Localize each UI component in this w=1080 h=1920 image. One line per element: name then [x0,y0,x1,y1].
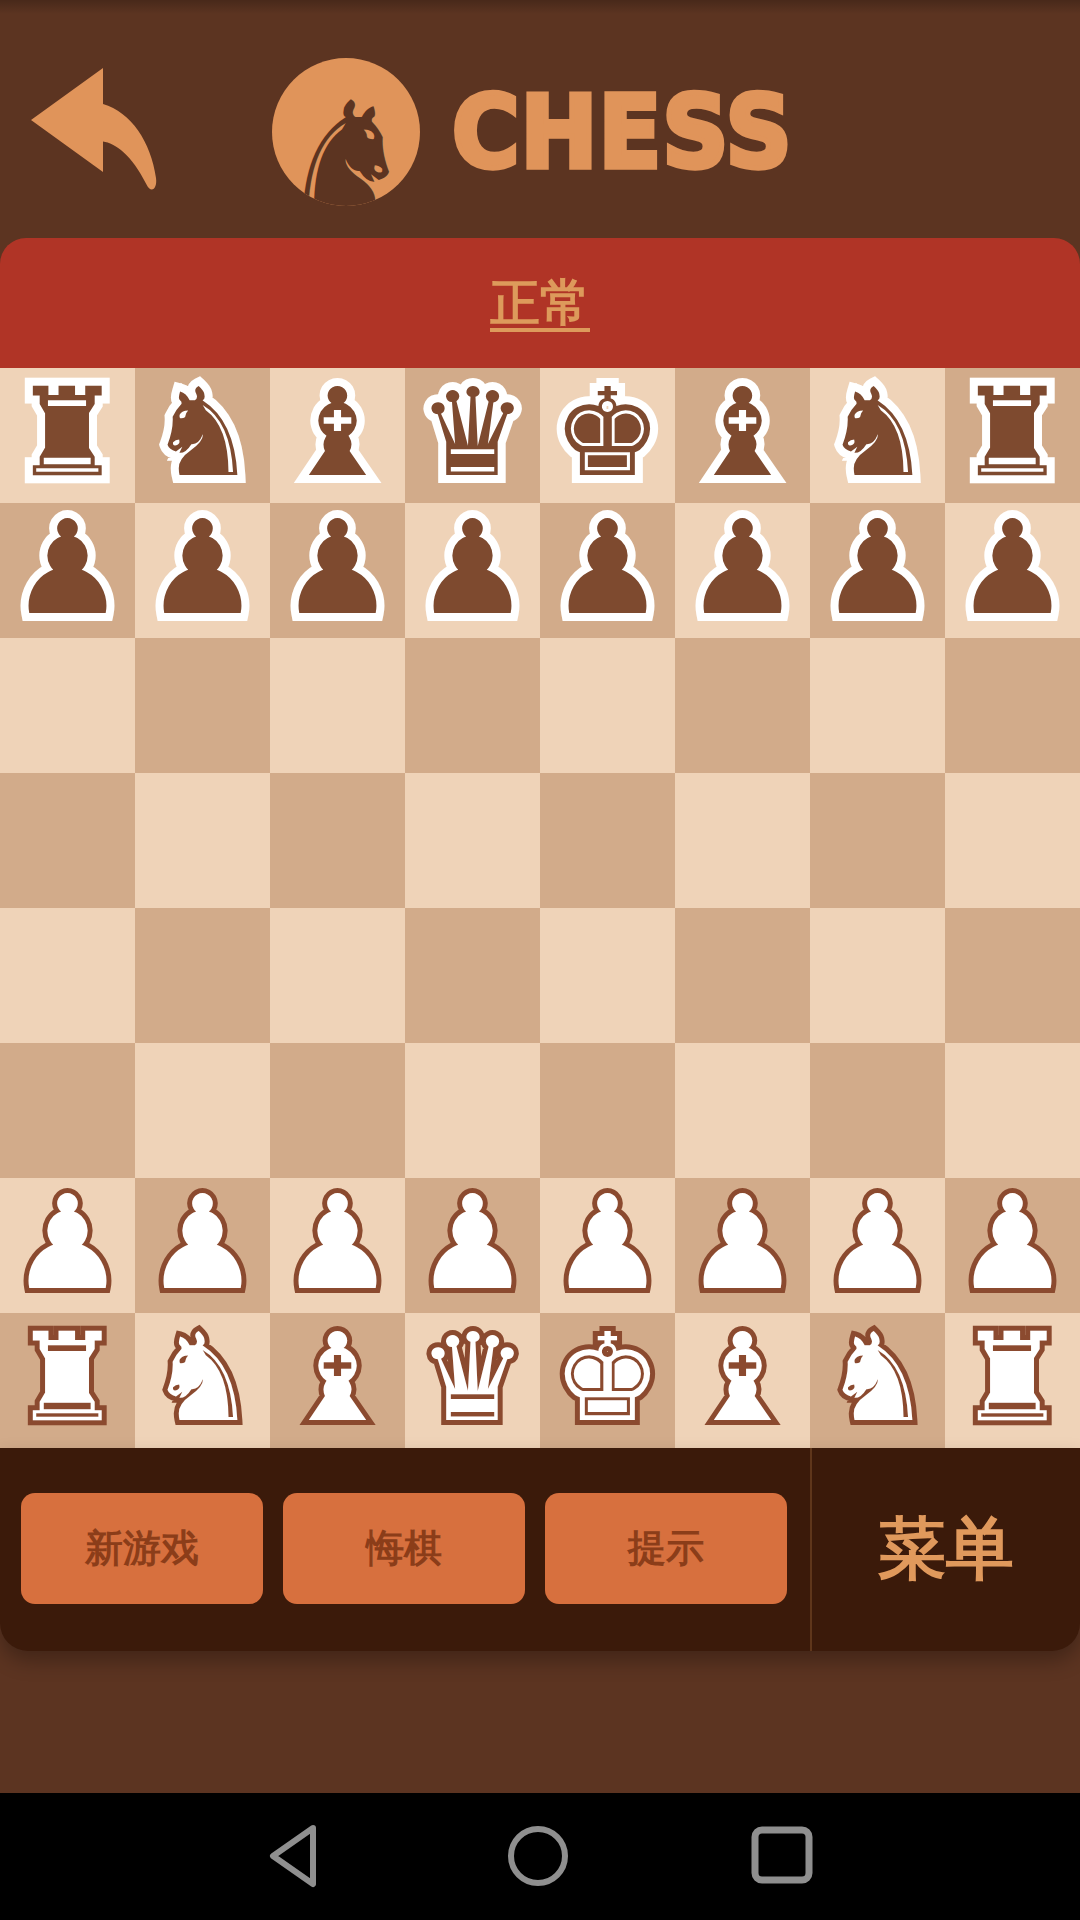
black-queen: ♛ [405,365,540,500]
square-h6[interactable] [945,638,1080,773]
square-d8[interactable]: ♛♛ [405,368,540,503]
white-pawn: ♟ [945,1175,1080,1310]
square-e4[interactable] [540,908,675,1043]
black-bishop: ♝ [675,365,810,500]
white-pawn: ♟ [135,1175,270,1310]
black-knight: ♞ [135,365,270,500]
white-pawn: ♟ [810,1175,945,1310]
square-f8[interactable]: ♝♝ [675,368,810,503]
black-king: ♚ [540,365,675,500]
white-knight: ♞ [810,1310,945,1445]
knight-logo-icon: ♞ [279,82,413,206]
square-a8[interactable]: ♜♜ [0,368,135,503]
square-f2[interactable]: ♟♟ [675,1178,810,1313]
square-f7[interactable]: ♟♟ [675,503,810,638]
white-pawn: ♟ [945,1175,1080,1310]
square-g4[interactable] [810,908,945,1043]
black-rook: ♜ [0,365,135,500]
white-knight: ♞ [810,1310,945,1445]
square-g5[interactable] [810,773,945,908]
back-button[interactable] [26,66,158,200]
black-pawn: ♟ [0,500,135,635]
white-pawn: ♟ [810,1175,945,1310]
black-pawn: ♟ [0,500,135,635]
square-b2[interactable]: ♟♟ [135,1178,270,1313]
black-pawn: ♟ [405,500,540,635]
square-f3[interactable] [675,1043,810,1178]
white-king: ♚ [540,1310,675,1445]
controls-bar: 新游戏 悔棋 提示 菜单 [0,1448,1080,1651]
black-queen: ♛ [405,365,540,500]
menu-button[interactable]: 菜单 [812,1448,1080,1651]
black-rook: ♜ [945,365,1080,500]
square-d5[interactable] [405,773,540,908]
black-bishop: ♝ [270,365,405,500]
square-c4[interactable] [270,908,405,1043]
square-c3[interactable] [270,1043,405,1178]
black-pawn: ♟ [270,500,405,635]
undo-label: 悔棋 [366,1523,442,1574]
android-nav-bar [0,1793,1080,1920]
white-knight: ♞ [135,1310,270,1445]
square-c5[interactable] [270,773,405,908]
android-recents-icon[interactable] [750,1826,814,1884]
white-bishop: ♝ [675,1310,810,1445]
square-c7[interactable]: ♟♟ [270,503,405,638]
square-d2[interactable]: ♟♟ [405,1178,540,1313]
square-a3[interactable] [0,1043,135,1178]
square-c8[interactable]: ♝♝ [270,368,405,503]
new-game-button[interactable]: 新游戏 [21,1493,263,1604]
square-d1[interactable]: ♛♛ [405,1313,540,1448]
white-bishop: ♝ [270,1310,405,1445]
chess-board[interactable]: ♜♜♞♞♝♝♛♛♚♚♝♝♞♞♜♜♟♟♟♟♟♟♟♟♟♟♟♟♟♟♟♟♟♟♟♟♟♟♟♟… [0,368,1080,1448]
square-b1[interactable]: ♞♞ [135,1313,270,1448]
black-pawn: ♟ [540,500,675,635]
white-rook: ♜ [0,1310,135,1445]
chess-app-screen: ♞ CHESS 正常 ♜♜♞♞♝♝♛♛♚♚♝♝♞♞♜♜♟♟♟♟♟♟♟♟♟♟♟♟♟… [0,0,1080,1920]
black-pawn: ♟ [675,500,810,635]
new-game-label: 新游戏 [85,1523,199,1574]
square-a7[interactable]: ♟♟ [0,503,135,638]
white-rook: ♜ [945,1310,1080,1445]
square-b5[interactable] [135,773,270,908]
square-g6[interactable] [810,638,945,773]
white-bishop: ♝ [270,1310,405,1445]
square-h2[interactable]: ♟♟ [945,1178,1080,1313]
white-knight: ♞ [135,1310,270,1445]
square-f5[interactable] [675,773,810,908]
square-h4[interactable] [945,908,1080,1043]
square-b6[interactable] [135,638,270,773]
square-h3[interactable] [945,1043,1080,1178]
square-a1[interactable]: ♜♜ [0,1313,135,1448]
white-rook: ♜ [945,1310,1080,1445]
square-c6[interactable] [270,638,405,773]
difficulty-banner[interactable]: 正常 [0,238,1080,368]
square-c2[interactable]: ♟♟ [270,1178,405,1313]
white-pawn: ♟ [540,1175,675,1310]
black-pawn: ♟ [810,500,945,635]
square-h1[interactable]: ♜♜ [945,1313,1080,1448]
square-d4[interactable] [405,908,540,1043]
white-pawn: ♟ [405,1175,540,1310]
square-c1[interactable]: ♝♝ [270,1313,405,1448]
black-rook: ♜ [945,365,1080,500]
square-d3[interactable] [405,1043,540,1178]
white-pawn: ♟ [135,1175,270,1310]
square-d6[interactable] [405,638,540,773]
square-g1[interactable]: ♞♞ [810,1313,945,1448]
square-e6[interactable] [540,638,675,773]
black-bishop: ♝ [270,365,405,500]
white-pawn: ♟ [675,1175,810,1310]
black-pawn: ♟ [945,500,1080,635]
black-pawn: ♟ [135,500,270,635]
hint-button[interactable]: 提示 [545,1493,787,1604]
black-bishop: ♝ [675,365,810,500]
square-a2[interactable]: ♟♟ [0,1178,135,1313]
back-arrow-icon [26,66,158,200]
square-f1[interactable]: ♝♝ [675,1313,810,1448]
square-g7[interactable]: ♟♟ [810,503,945,638]
black-pawn: ♟ [135,500,270,635]
square-e5[interactable] [540,773,675,908]
square-e2[interactable]: ♟♟ [540,1178,675,1313]
white-pawn: ♟ [0,1175,135,1310]
square-e7[interactable]: ♟♟ [540,503,675,638]
square-b8[interactable]: ♞♞ [135,368,270,503]
square-a4[interactable] [0,908,135,1043]
square-e3[interactable] [540,1043,675,1178]
menu-label: 菜单 [878,1504,1014,1595]
square-g2[interactable]: ♟♟ [810,1178,945,1313]
black-pawn: ♟ [810,500,945,635]
square-h8[interactable]: ♜♜ [945,368,1080,503]
square-e1[interactable]: ♚♚ [540,1313,675,1448]
white-pawn: ♟ [675,1175,810,1310]
hint-label: 提示 [628,1523,704,1574]
undo-button[interactable]: 悔棋 [283,1493,525,1604]
white-pawn: ♟ [0,1175,135,1310]
difficulty-label: 正常 [490,270,590,337]
white-pawn: ♟ [270,1175,405,1310]
black-pawn: ♟ [540,500,675,635]
header: ♞ CHESS [0,0,1080,238]
white-queen: ♛ [405,1310,540,1445]
black-pawn: ♟ [270,500,405,635]
app-logo: ♞ [272,58,420,206]
square-f6[interactable] [675,638,810,773]
white-bishop: ♝ [675,1310,810,1445]
black-knight: ♞ [135,365,270,500]
square-g3[interactable] [810,1043,945,1178]
black-pawn: ♟ [675,500,810,635]
white-pawn: ♟ [270,1175,405,1310]
square-h5[interactable] [945,773,1080,908]
black-pawn: ♟ [405,500,540,635]
white-pawn: ♟ [540,1175,675,1310]
android-home-icon[interactable] [505,1823,571,1889]
square-b4[interactable] [135,908,270,1043]
white-king: ♚ [540,1310,675,1445]
square-h7[interactable]: ♟♟ [945,503,1080,638]
black-rook: ♜ [0,365,135,500]
black-knight: ♞ [810,365,945,500]
square-g8[interactable]: ♞♞ [810,368,945,503]
black-king: ♚ [540,365,675,500]
white-pawn: ♟ [405,1175,540,1310]
square-e8[interactable]: ♚♚ [540,368,675,503]
square-f4[interactable] [675,908,810,1043]
black-pawn: ♟ [945,500,1080,635]
app-title: CHESS [452,72,832,193]
square-a6[interactable] [0,638,135,773]
square-d7[interactable]: ♟♟ [405,503,540,638]
white-queen: ♛ [405,1310,540,1445]
square-a5[interactable] [0,773,135,908]
square-b7[interactable]: ♟♟ [135,503,270,638]
black-knight: ♞ [810,365,945,500]
square-b3[interactable] [135,1043,270,1178]
white-rook: ♜ [0,1310,135,1445]
android-back-icon[interactable] [261,1822,339,1890]
